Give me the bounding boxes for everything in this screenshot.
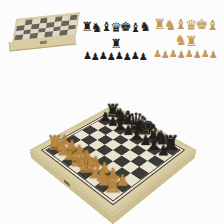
square-h1: ♜ bbox=[103, 186, 122, 200]
board-border-mat: ♜♞♝♛♚♝♞♜♟♟♟♟♟♟♟♟♟♟♟♟♟♟♟♟♜♞♝♛♚♝♞♜ bbox=[41, 110, 185, 205]
square-h6 bbox=[148, 155, 165, 167]
lineup-piece-black-rook: ♜ bbox=[81, 20, 91, 33]
lineup-piece-black-queen: ♛ bbox=[110, 21, 120, 34]
lineup-piece-black-pawn: ♟ bbox=[139, 52, 147, 62]
lineup-piece-black-pawn: ♟ bbox=[91, 52, 99, 62]
lineup-piece-black-pawn: ♟ bbox=[131, 51, 139, 61]
lineup-piece-wood-pawn: ♟ bbox=[161, 50, 169, 60]
lineup-piece-black-king: ♚ bbox=[120, 20, 130, 33]
square-h5 bbox=[139, 161, 157, 173]
folded-chess-box bbox=[6, 16, 80, 62]
lineup-piece-wood-king: ♚ bbox=[196, 17, 207, 31]
lineup-piece-black-bishop: ♝ bbox=[129, 21, 139, 34]
lineup-piece-black-pawn: ♟ bbox=[83, 51, 91, 61]
lineup-piece-wood-pawn: ♟ bbox=[201, 49, 209, 59]
lineup-piece-black-pawn: ♟ bbox=[115, 51, 123, 61]
lineup-piece-wood-pawn: ♟ bbox=[185, 49, 193, 59]
lineup-piece-black-knight: ♞ bbox=[139, 20, 149, 33]
lineup-piece-wood-knight: ♞ bbox=[164, 18, 175, 32]
square-h7: ♟ bbox=[155, 150, 172, 161]
lineup-piece-wood-pawn: ♟ bbox=[193, 50, 201, 60]
box-clasp-icon bbox=[40, 41, 47, 45]
piece-black-pawn-h7: ♟ bbox=[157, 143, 170, 157]
product-photo: ♜♞♝♛♚♝♞♜ ♟♟♟♟♟♟♟♟ ♜♞♝♛♚♝♞♜ ♟♟♟♟♟♟♟♟ ♜♞♝♛… bbox=[0, 0, 224, 224]
lineup-piece-wood-bishop: ♝ bbox=[174, 17, 185, 31]
box-square bbox=[67, 29, 75, 35]
square-f5 bbox=[121, 150, 138, 161]
wooden-pieces-lineup: ♜♞♝♛♚♝♞♜ ♟♟♟♟♟♟♟♟ bbox=[149, 16, 221, 60]
black-pieces-lineup: ♜♞♝♛♚♝♞♜ ♟♟♟♟♟♟♟♟ bbox=[80, 18, 150, 62]
lineup-piece-wood-pawn: ♟ bbox=[177, 50, 185, 60]
lineup-piece-black-pawn: ♟ bbox=[107, 52, 115, 62]
chessboard: ♜♞♝♛♚♝♞♜♟♟♟♟♟♟♟♟♟♟♟♟♟♟♟♟♜♞♝♛♚♝♞♜ bbox=[30, 105, 197, 216]
lineup-piece-black-pawn: ♟ bbox=[99, 51, 107, 61]
lineup-piece-wood-pawn: ♟ bbox=[169, 49, 177, 59]
lineup-piece-wood-pawn: ♟ bbox=[153, 49, 161, 59]
lineup-piece-wood-rook: ♜ bbox=[185, 34, 196, 48]
lineup-piece-black-pawn: ♟ bbox=[123, 52, 131, 62]
lineup-piece-black-rook: ♜ bbox=[110, 37, 120, 50]
lineup-piece-wood-queen: ♛ bbox=[185, 18, 196, 32]
board-frame: ♜♞♝♛♚♝♞♜♟♟♟♟♟♟♟♟♟♟♟♟♟♟♟♟♜♞♝♛♚♝♞♜ bbox=[30, 105, 197, 216]
lineup-piece-wood-bishop: ♝ bbox=[206, 18, 217, 32]
board-grid: ♜♞♝♛♚♝♞♜♟♟♟♟♟♟♟♟♟♟♟♟♟♟♟♟♜♞♝♛♚♝♞♜ bbox=[45, 112, 181, 201]
lineup-piece-wood-rook: ♜ bbox=[153, 17, 164, 31]
piece-white-rook-h1: ♜ bbox=[103, 173, 124, 196]
lineup-piece-wood-pawn: ♟ bbox=[209, 50, 217, 60]
lineup-piece-black-bishop: ♝ bbox=[101, 20, 111, 33]
hinge-icon bbox=[64, 179, 70, 186]
lineup-piece-black-knight: ♞ bbox=[91, 21, 101, 34]
